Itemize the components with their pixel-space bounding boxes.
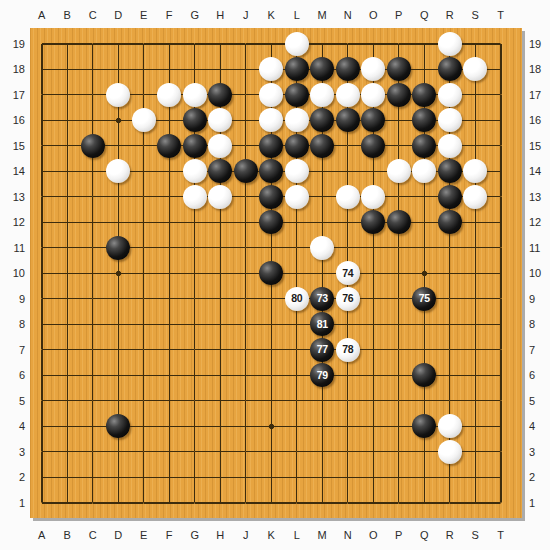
intersection-C16 [80, 107, 106, 133]
intersection-G17 [182, 82, 208, 108]
intersection-O11 [360, 235, 386, 261]
col-label-bottom-F: F [166, 529, 173, 541]
intersection-R7 [437, 337, 463, 363]
col-label-bottom-L: L [294, 529, 300, 541]
intersection-E2 [131, 464, 157, 490]
intersection-O4 [360, 413, 386, 439]
intersection-A11 [29, 235, 55, 261]
intersection-J1 [233, 490, 259, 516]
intersection-B19 [54, 31, 80, 57]
white-stone [208, 134, 232, 158]
row-label-left-7: 7 [19, 344, 25, 356]
intersection-E4 [131, 413, 157, 439]
intersection-D9 [105, 286, 131, 312]
row-label-left-9: 9 [19, 293, 25, 305]
intersection-R14 [437, 158, 463, 184]
black-stone [234, 159, 258, 183]
move-number: 75 [419, 293, 430, 304]
intersection-T10 [488, 260, 514, 286]
intersection-S2 [462, 464, 488, 490]
row-label-left-12: 12 [13, 216, 25, 228]
intersection-S17 [462, 82, 488, 108]
intersection-S10 [462, 260, 488, 286]
row-label-left-10: 10 [13, 267, 25, 279]
intersection-D13 [105, 184, 131, 210]
intersection-J12 [233, 209, 259, 235]
intersection-G10 [182, 260, 208, 286]
intersection-N4 [335, 413, 361, 439]
black-stone [259, 261, 283, 285]
intersection-O3 [360, 439, 386, 465]
intersection-S9 [462, 286, 488, 312]
intersection-B7 [54, 337, 80, 363]
intersection-O8 [360, 311, 386, 337]
intersection-K5 [258, 388, 284, 414]
intersection-L9: 80 [284, 286, 310, 312]
intersection-J17 [233, 82, 259, 108]
row-label-left-16: 16 [13, 114, 25, 126]
intersection-N16 [335, 107, 361, 133]
intersection-K14 [258, 158, 284, 184]
col-label-top-P: P [395, 9, 402, 21]
intersection-A13 [29, 184, 55, 210]
col-label-bottom-S: S [472, 529, 479, 541]
intersection-C10 [80, 260, 106, 286]
white-stone-74: 74 [336, 261, 360, 285]
intersection-M19 [309, 31, 335, 57]
intersection-R8 [437, 311, 463, 337]
row-label-left-1: 1 [19, 497, 25, 509]
intersection-Q19 [411, 31, 437, 57]
intersection-K18 [258, 56, 284, 82]
intersection-R15 [437, 133, 463, 159]
col-label-top-T: T [497, 9, 504, 21]
intersection-B1 [54, 490, 80, 516]
white-stone [438, 414, 462, 438]
white-stone [463, 185, 487, 209]
intersection-B10 [54, 260, 80, 286]
intersection-M17 [309, 82, 335, 108]
intersection-K17 [258, 82, 284, 108]
intersection-F4 [156, 413, 182, 439]
row-label-right-9: 9 [529, 293, 535, 305]
intersection-E6 [131, 362, 157, 388]
intersection-E15 [131, 133, 157, 159]
intersection-A5 [29, 388, 55, 414]
move-number: 73 [317, 293, 328, 304]
intersection-E13 [131, 184, 157, 210]
white-stone [208, 108, 232, 132]
intersection-K16 [258, 107, 284, 133]
intersection-F6 [156, 362, 182, 388]
intersection-T18 [488, 56, 514, 82]
intersection-Q3 [411, 439, 437, 465]
intersection-H4 [207, 413, 233, 439]
intersection-C7 [80, 337, 106, 363]
intersection-N5 [335, 388, 361, 414]
col-label-top-B: B [64, 9, 71, 21]
intersection-G4 [182, 413, 208, 439]
intersection-G13 [182, 184, 208, 210]
intersection-O13 [360, 184, 386, 210]
black-stone [361, 210, 385, 234]
row-label-right-11: 11 [529, 242, 540, 254]
black-stone-75: 75 [412, 287, 436, 311]
intersection-Q13 [411, 184, 437, 210]
row-label-left-15: 15 [13, 140, 25, 152]
row-label-right-12: 12 [529, 216, 541, 228]
intersection-Q4 [411, 413, 437, 439]
white-stone [106, 83, 130, 107]
intersection-P1 [386, 490, 412, 516]
intersection-A16 [29, 107, 55, 133]
intersection-F14 [156, 158, 182, 184]
intersection-S4 [462, 413, 488, 439]
intersection-C8 [80, 311, 106, 337]
row-label-left-11: 11 [14, 242, 25, 254]
intersection-F15 [156, 133, 182, 159]
intersection-S15 [462, 133, 488, 159]
intersection-G16 [182, 107, 208, 133]
black-stone [259, 210, 283, 234]
row-label-left-14: 14 [13, 165, 25, 177]
black-stone [361, 134, 385, 158]
black-stone [259, 159, 283, 183]
intersection-N19 [335, 31, 361, 57]
row-label-left-3: 3 [19, 446, 25, 458]
intersection-B14 [54, 158, 80, 184]
black-stone [361, 108, 385, 132]
intersection-L5 [284, 388, 310, 414]
white-stone [285, 32, 309, 56]
intersection-M3 [309, 439, 335, 465]
intersection-M13 [309, 184, 335, 210]
intersection-D7 [105, 337, 131, 363]
intersection-F17 [156, 82, 182, 108]
intersection-E17 [131, 82, 157, 108]
intersection-M16 [309, 107, 335, 133]
intersection-B2 [54, 464, 80, 490]
intersection-C19 [80, 31, 106, 57]
white-stone [259, 108, 283, 132]
intersection-S11 [462, 235, 488, 261]
black-stone [387, 210, 411, 234]
intersection-P8 [386, 311, 412, 337]
black-stone [412, 108, 436, 132]
intersection-M6: 79 [309, 362, 335, 388]
intersection-Q10 [411, 260, 437, 286]
intersection-D18 [105, 56, 131, 82]
black-stone [336, 108, 360, 132]
intersection-T13 [488, 184, 514, 210]
col-label-top-S: S [472, 9, 479, 21]
intersection-R10 [437, 260, 463, 286]
intersection-O6 [360, 362, 386, 388]
intersection-M18 [309, 56, 335, 82]
intersection-T11 [488, 235, 514, 261]
intersection-E8 [131, 311, 157, 337]
intersection-L17 [284, 82, 310, 108]
col-label-bottom-R: R [446, 529, 454, 541]
intersection-A7 [29, 337, 55, 363]
intersection-R3 [437, 439, 463, 465]
intersection-P16 [386, 107, 412, 133]
white-stone [336, 185, 360, 209]
row-label-left-13: 13 [13, 191, 25, 203]
intersection-K1 [258, 490, 284, 516]
intersection-D19 [105, 31, 131, 57]
intersection-D15 [105, 133, 131, 159]
intersection-J3 [233, 439, 259, 465]
intersection-N3 [335, 439, 361, 465]
black-stone [106, 236, 130, 260]
intersection-J4 [233, 413, 259, 439]
black-stone [310, 134, 334, 158]
move-number: 78 [342, 344, 353, 355]
intersection-P18 [386, 56, 412, 82]
white-stone [285, 159, 309, 183]
intersection-L10 [284, 260, 310, 286]
intersection-H8 [207, 311, 233, 337]
white-stone-78: 78 [336, 338, 360, 362]
intersection-K10 [258, 260, 284, 286]
row-label-right-7: 7 [529, 344, 535, 356]
intersection-J10 [233, 260, 259, 286]
intersection-O14 [360, 158, 386, 184]
black-stone [81, 134, 105, 158]
intersection-S7 [462, 337, 488, 363]
intersection-P4 [386, 413, 412, 439]
intersection-P5 [386, 388, 412, 414]
intersection-A4 [29, 413, 55, 439]
intersection-J13 [233, 184, 259, 210]
black-stone [106, 414, 130, 438]
intersection-G9 [182, 286, 208, 312]
white-stone [259, 57, 283, 81]
intersection-P14 [386, 158, 412, 184]
intersection-D14 [105, 158, 131, 184]
row-label-right-6: 6 [529, 369, 535, 381]
intersection-E18 [131, 56, 157, 82]
white-stone [132, 108, 156, 132]
intersection-H15 [207, 133, 233, 159]
col-label-bottom-A: A [38, 529, 45, 541]
intersection-C12 [80, 209, 106, 235]
row-label-left-18: 18 [13, 63, 25, 75]
intersection-P9 [386, 286, 412, 312]
intersection-T19 [488, 31, 514, 57]
intersection-N6 [335, 362, 361, 388]
intersection-L18 [284, 56, 310, 82]
intersection-E11 [131, 235, 157, 261]
intersection-R16 [437, 107, 463, 133]
intersection-T14 [488, 158, 514, 184]
intersection-O1 [360, 490, 386, 516]
intersection-S5 [462, 388, 488, 414]
black-stone-81: 81 [310, 312, 334, 336]
intersection-R17 [437, 82, 463, 108]
intersection-B6 [54, 362, 80, 388]
intersection-L11 [284, 235, 310, 261]
intersection-S16 [462, 107, 488, 133]
intersection-G14 [182, 158, 208, 184]
row-label-right-10: 10 [529, 267, 541, 279]
intersection-N17 [335, 82, 361, 108]
col-label-top-F: F [166, 9, 173, 21]
intersection-P6 [386, 362, 412, 388]
intersection-O16 [360, 107, 386, 133]
intersection-J16 [233, 107, 259, 133]
intersection-R9 [437, 286, 463, 312]
black-stone-77: 77 [310, 338, 334, 362]
move-number: 80 [291, 293, 302, 304]
intersection-A10 [29, 260, 55, 286]
intersection-A9 [29, 286, 55, 312]
intersection-G6 [182, 362, 208, 388]
go-board: 748073767581777879 [30, 28, 522, 518]
board-grid: 748073767581777879 [29, 31, 514, 516]
intersection-A3 [29, 439, 55, 465]
intersection-B13 [54, 184, 80, 210]
white-stone [438, 32, 462, 56]
intersection-N8 [335, 311, 361, 337]
intersection-R11 [437, 235, 463, 261]
intersection-O18 [360, 56, 386, 82]
white-stone [183, 185, 207, 209]
intersection-P17 [386, 82, 412, 108]
black-stone [157, 134, 181, 158]
intersection-L2 [284, 464, 310, 490]
intersection-B18 [54, 56, 80, 82]
col-label-bottom-G: G [190, 529, 199, 541]
col-label-bottom-O: O [369, 529, 378, 541]
intersection-T6 [488, 362, 514, 388]
intersection-L12 [284, 209, 310, 235]
intersection-G1 [182, 490, 208, 516]
white-stone [157, 83, 181, 107]
col-label-top-Q: Q [420, 9, 429, 21]
row-label-right-13: 13 [529, 191, 541, 203]
black-stone [285, 57, 309, 81]
intersection-F10 [156, 260, 182, 286]
black-stone [208, 159, 232, 183]
black-stone [438, 159, 462, 183]
intersection-B5 [54, 388, 80, 414]
intersection-N9: 76 [335, 286, 361, 312]
intersection-A1 [29, 490, 55, 516]
intersection-P2 [386, 464, 412, 490]
col-label-top-K: K [268, 9, 275, 21]
intersection-Q6 [411, 362, 437, 388]
intersection-B16 [54, 107, 80, 133]
intersection-Q7 [411, 337, 437, 363]
col-label-bottom-D: D [114, 529, 122, 541]
intersection-D5 [105, 388, 131, 414]
col-label-top-A: A [38, 9, 45, 21]
intersection-S12 [462, 209, 488, 235]
col-label-bottom-M: M [318, 529, 327, 541]
intersection-D12 [105, 209, 131, 235]
intersection-C15 [80, 133, 106, 159]
intersection-C5 [80, 388, 106, 414]
intersection-J2 [233, 464, 259, 490]
intersection-K15 [258, 133, 284, 159]
white-stone [361, 185, 385, 209]
row-label-right-16: 16 [529, 114, 541, 126]
intersection-T4 [488, 413, 514, 439]
intersection-N12 [335, 209, 361, 235]
intersection-O5 [360, 388, 386, 414]
intersection-N18 [335, 56, 361, 82]
black-stone-79: 79 [310, 363, 334, 387]
black-stone [183, 134, 207, 158]
intersection-P3 [386, 439, 412, 465]
white-stone [463, 159, 487, 183]
intersection-N1 [335, 490, 361, 516]
intersection-J14 [233, 158, 259, 184]
intersection-C3 [80, 439, 106, 465]
intersection-S19 [462, 31, 488, 57]
intersection-R6 [437, 362, 463, 388]
intersection-B17 [54, 82, 80, 108]
intersection-K4 [258, 413, 284, 439]
intersection-K13 [258, 184, 284, 210]
row-label-right-18: 18 [529, 63, 541, 75]
row-label-left-5: 5 [19, 395, 25, 407]
intersection-L7 [284, 337, 310, 363]
intersection-A8 [29, 311, 55, 337]
black-stone [412, 414, 436, 438]
intersection-E5 [131, 388, 157, 414]
intersection-L14 [284, 158, 310, 184]
intersection-F9 [156, 286, 182, 312]
white-stone [387, 159, 411, 183]
col-label-top-M: M [318, 9, 327, 21]
intersection-O19 [360, 31, 386, 57]
white-stone [285, 185, 309, 209]
intersection-K3 [258, 439, 284, 465]
intersection-N2 [335, 464, 361, 490]
white-stone [106, 159, 130, 183]
intersection-L1 [284, 490, 310, 516]
move-number: 74 [342, 268, 353, 279]
intersection-D11 [105, 235, 131, 261]
intersection-C2 [80, 464, 106, 490]
intersection-P12 [386, 209, 412, 235]
intersection-T9 [488, 286, 514, 312]
intersection-Q15 [411, 133, 437, 159]
move-number: 81 [317, 319, 328, 330]
black-stone [336, 57, 360, 81]
intersection-F19 [156, 31, 182, 57]
intersection-C17 [80, 82, 106, 108]
intersection-L3 [284, 439, 310, 465]
row-label-left-19: 19 [13, 38, 25, 50]
intersection-S6 [462, 362, 488, 388]
intersection-R2 [437, 464, 463, 490]
intersection-Q14 [411, 158, 437, 184]
intersection-E12 [131, 209, 157, 235]
col-label-top-D: D [114, 9, 122, 21]
intersection-E9 [131, 286, 157, 312]
intersection-J8 [233, 311, 259, 337]
intersection-M11 [309, 235, 335, 261]
intersection-C14 [80, 158, 106, 184]
intersection-N7: 78 [335, 337, 361, 363]
intersection-M14 [309, 158, 335, 184]
intersection-H7 [207, 337, 233, 363]
row-label-left-4: 4 [19, 420, 25, 432]
